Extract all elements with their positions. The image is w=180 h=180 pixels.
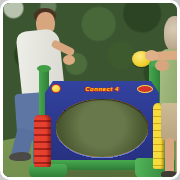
right-player-hair: [164, 16, 180, 53]
left-player-hand: [63, 55, 75, 65]
right-player-leg: [176, 138, 180, 177]
banner-yellow-disc-icon: [51, 84, 61, 93]
right-player-hand-on-post: [155, 60, 169, 71]
right-player-sandal: [161, 171, 177, 178]
right-player-sandal: [175, 175, 180, 180]
cell-r6c7: [48, 96, 156, 160]
spare-red-disc-stack: [34, 115, 51, 167]
left-player-shoe: [9, 152, 31, 161]
banner-red-oval-logo: [137, 85, 153, 93]
right-player-leg: [165, 138, 174, 174]
garden-connect-four-photo: Connect 4: [0, 0, 180, 180]
empty-hole: [56, 99, 149, 158]
right-player-hand-on-disc: [145, 50, 158, 61]
board-grid: [48, 96, 156, 160]
right-player-shorts: [161, 103, 180, 141]
frame-left-post-cap: [37, 65, 51, 72]
banner-logo-text: Connect 4: [85, 86, 119, 92]
board-banner: Connect 4: [48, 83, 156, 95]
